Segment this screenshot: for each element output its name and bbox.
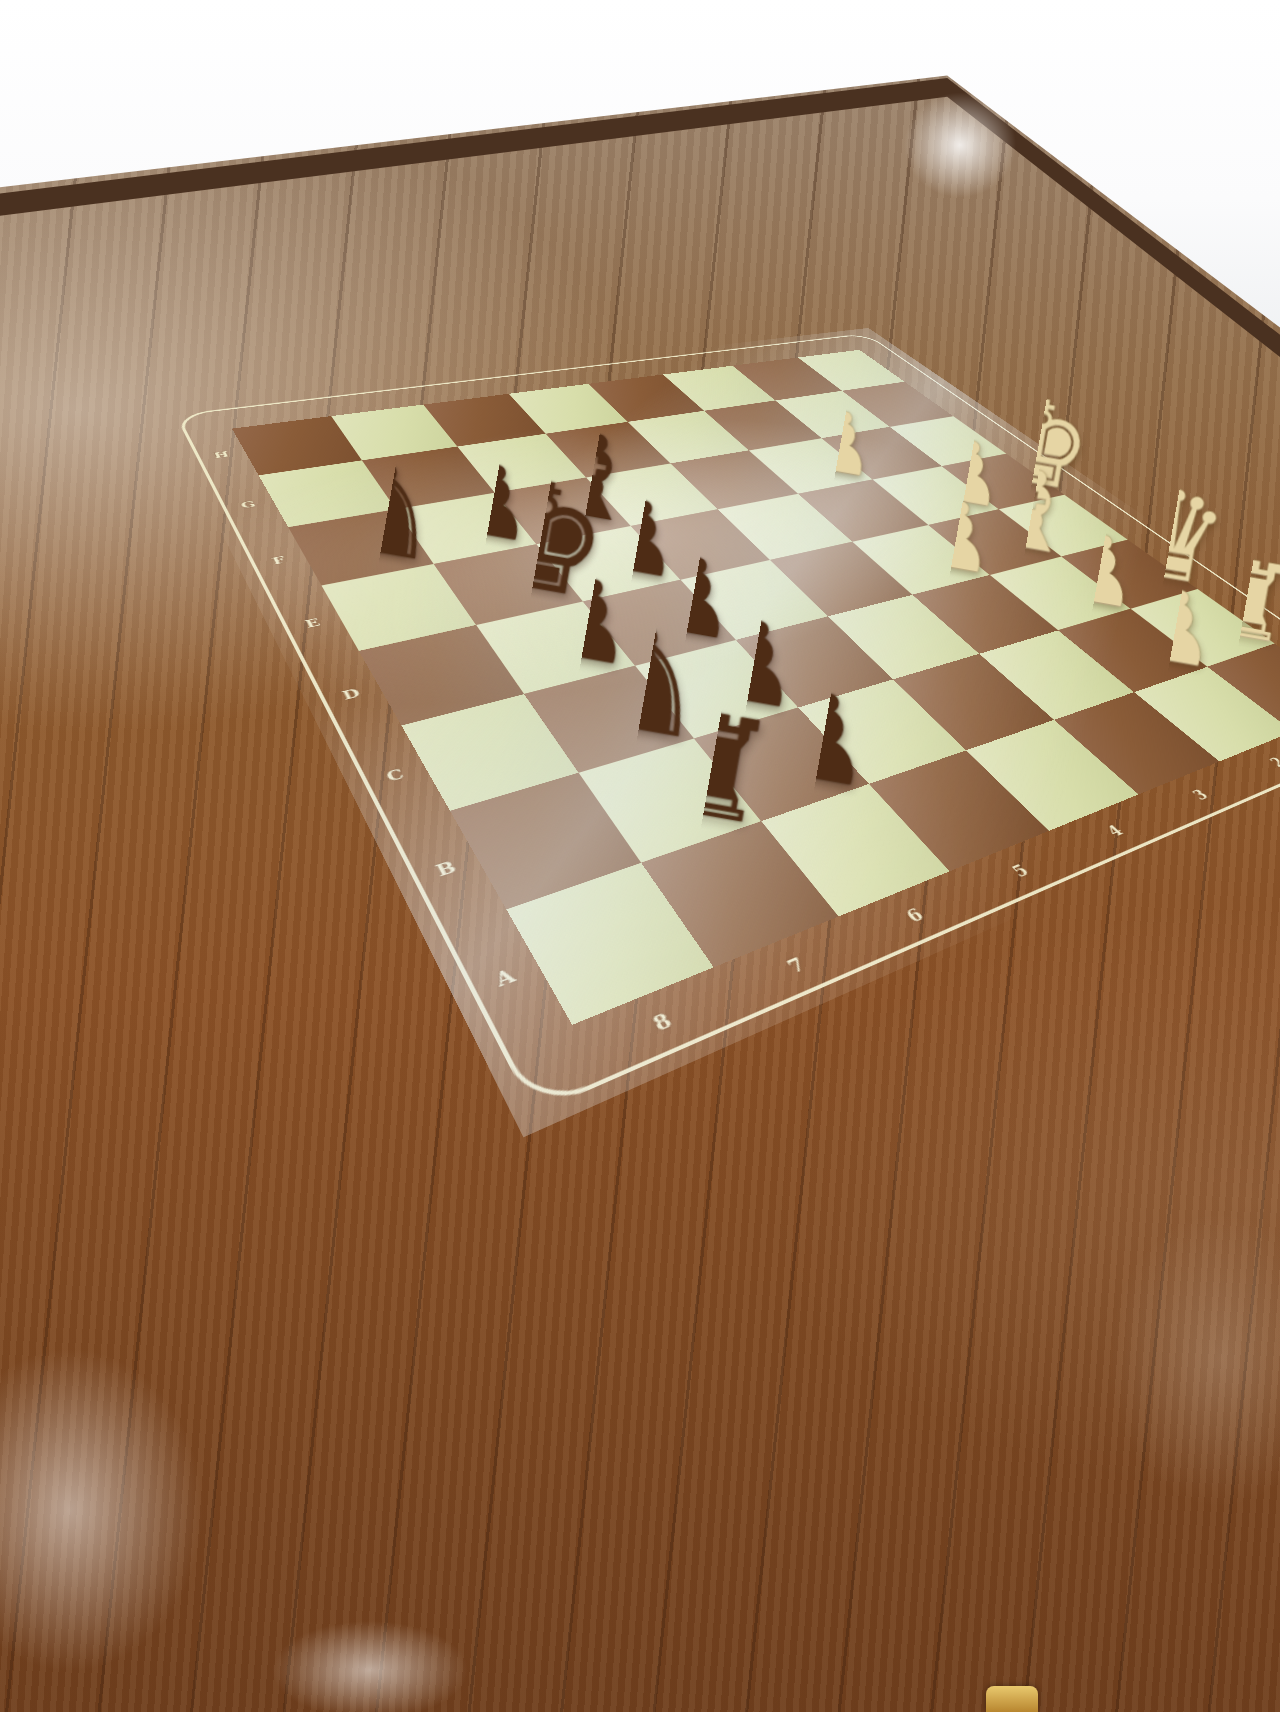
brass-fitting — [986, 1686, 1038, 1712]
light-bishop-d2: ♝ — [1023, 458, 1041, 563]
light-pawn-c2: ♟ — [1091, 526, 1107, 617]
dark-rook-b7: ♜ — [699, 698, 723, 836]
chessboard: ♞♟♝♟♚♟♟♚♟♟♟♝♞♟♟♛♜♟♟♜ ABCDEFGH87654321 — [160, 329, 1280, 1140]
light-pawn-b2: ♟ — [1167, 580, 1184, 676]
board-squares: ♞♟♝♟♚♟♟♚♟♟♟♝♞♟♟♛♜♟♟♜ — [232, 350, 1280, 1025]
light-pawn-f3: ♟ — [833, 403, 847, 484]
dark-knight-f8: ♞ — [377, 450, 398, 571]
light-pawn-d3: ♟ — [948, 492, 964, 582]
light-rook-b1: ♜ — [1237, 548, 1255, 652]
table-surface: ♞♟♝♟♚♟♟♚♟♟♟♝♞♟♟♛♜♟♟♜ ABCDEFGH87654321 — [0, 0, 1280, 1712]
dark-pawn-b6: ♟ — [812, 681, 832, 797]
